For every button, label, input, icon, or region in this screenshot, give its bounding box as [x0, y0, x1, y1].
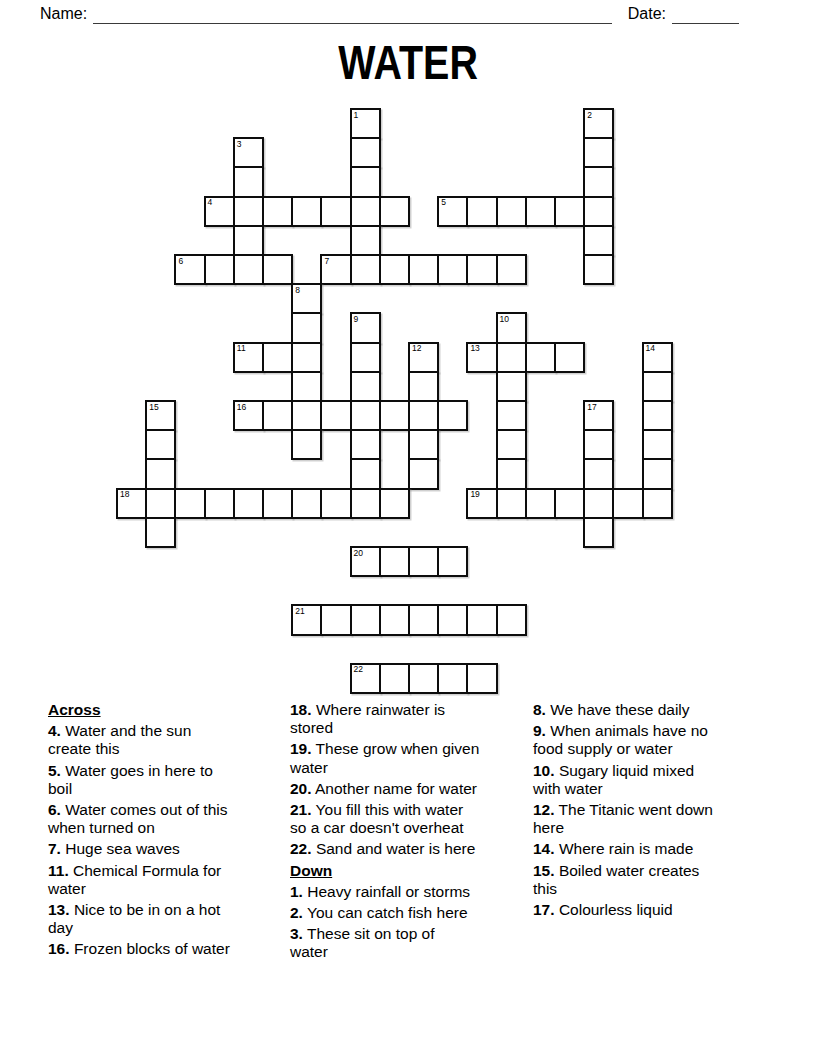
grid-cell-r13c6[interactable]	[291, 488, 322, 519]
clue-text: Boiled water creates this	[533, 862, 699, 897]
grid-cell-r0c8[interactable]: 1	[350, 108, 381, 139]
clue-text: These grow when given water	[290, 740, 479, 775]
clue-number: 22.	[290, 840, 312, 857]
clue-text: Heavy rainfall or storms	[307, 883, 470, 900]
grid-cell-r8c15[interactable]	[554, 342, 585, 373]
grid-cell-r13c4[interactable]	[233, 488, 264, 519]
clue-text: Colourless liquid	[559, 901, 673, 918]
clue-text: Nice to be in on a hot day	[48, 901, 220, 936]
grid-cell-r13c14[interactable]	[525, 488, 556, 519]
grid-cell-r8c8[interactable]	[350, 342, 381, 373]
grid-cell-r17c6[interactable]: 21	[291, 604, 322, 635]
clue-text: Sugary liquid mixed with water	[533, 762, 694, 797]
grid-cell-r3c11[interactable]: 5	[437, 196, 468, 227]
clue-column-left: Across4. Water and the sun create this5.…	[48, 701, 280, 962]
grid-cell-r3c13[interactable]	[496, 196, 527, 227]
clue-17: 17. Colourless liquid	[533, 901, 765, 919]
grid-cell-r8c10[interactable]: 12	[408, 342, 439, 373]
clue-number: 4.	[48, 722, 61, 739]
clue-3: 3. These sit on top of water	[290, 925, 522, 961]
clue-number: 12.	[533, 801, 555, 818]
grid-cell-r3c12[interactable]	[466, 196, 497, 227]
grid-cell-r17c10[interactable]	[408, 604, 439, 635]
grid-cell-r0c16[interactable]: 2	[583, 108, 614, 139]
clue-15: 15. Boiled water creates this	[533, 862, 765, 898]
grid-cell-r12c18[interactable]	[642, 458, 673, 489]
clue-text: Where rain is made	[559, 840, 693, 857]
cell-number: 15	[149, 403, 158, 412]
clue-6: 6. Water comes out of this when turned o…	[48, 801, 280, 837]
grid-cell-r5c4[interactable]	[233, 254, 264, 285]
clue-number: 2.	[290, 904, 303, 921]
grid-cell-r5c12[interactable]	[466, 254, 497, 285]
cell-number: 9	[354, 315, 359, 324]
clue-number: 18.	[290, 701, 312, 718]
grid-cell-r13c2[interactable]	[174, 488, 205, 519]
grid-cell-r11c1[interactable]	[145, 429, 176, 460]
grid-cell-r11c13[interactable]	[496, 429, 527, 460]
clue-number: 10.	[533, 762, 555, 779]
clue-text: These sit on top of water	[290, 925, 435, 960]
grid-cell-r14c1[interactable]	[145, 517, 176, 548]
grid-cell-r19c12[interactable]	[466, 663, 497, 694]
clue-2: 2. You can catch fish here	[290, 904, 522, 922]
grid-cell-r13c1[interactable]	[145, 488, 176, 519]
clue-number: 1.	[290, 883, 303, 900]
clue-text: You fill this with water so a car doesn'…	[290, 801, 464, 836]
grid-cell-r12c16[interactable]	[583, 458, 614, 489]
clue-column-right: 8. We have these daily9. When animals ha…	[533, 701, 765, 922]
grid-cell-r19c9[interactable]	[379, 663, 410, 694]
grid-cell-r12c13[interactable]	[496, 458, 527, 489]
grid-cell-r3c14[interactable]	[525, 196, 556, 227]
cell-number: 13	[470, 344, 479, 353]
name-label: Name:	[40, 4, 87, 24]
grid-cell-r13c15[interactable]	[554, 488, 585, 519]
grid-cell-r10c7[interactable]	[320, 400, 351, 431]
grid-cell-r1c16[interactable]	[583, 137, 614, 168]
grid-cell-r3c3[interactable]: 4	[204, 196, 235, 227]
clue-10: 10. Sugary liquid mixed with water	[533, 762, 765, 798]
date-label: Date:	[628, 4, 666, 24]
grid-cell-r5c5[interactable]	[262, 254, 293, 285]
clue-text: Where rainwater is stored	[290, 701, 445, 736]
clue-13: 13. Nice to be in on a hot day	[48, 901, 280, 937]
grid-cell-r13c12[interactable]: 19	[466, 488, 497, 519]
clue-text: Huge sea waves	[65, 840, 180, 857]
grid-cell-r17c8[interactable]	[350, 604, 381, 635]
grid-cell-r17c12[interactable]	[466, 604, 497, 635]
grid-cell-r10c1[interactable]: 15	[145, 400, 176, 431]
cell-number: 14	[646, 344, 655, 353]
cell-number: 22	[354, 665, 363, 674]
clue-number: 13.	[48, 901, 70, 918]
clue-text: Another name for water	[315, 780, 477, 797]
grid-cell-r11c8[interactable]	[350, 429, 381, 460]
grid-cell-r9c18[interactable]	[642, 371, 673, 402]
clue-19: 19. These grow when given water	[290, 740, 522, 776]
grid-cell-r2c8[interactable]	[350, 166, 381, 197]
grid-cell-r7c13[interactable]: 10	[496, 312, 527, 343]
clue-number: 19.	[290, 740, 312, 757]
clue-8: 8. We have these daily	[533, 701, 765, 719]
clue-number: 6.	[48, 801, 61, 818]
clue-text: Water and the sun create this	[48, 722, 191, 757]
clue-text: You can catch fish here	[307, 904, 468, 921]
grid-cell-r5c2[interactable]: 6	[174, 254, 205, 285]
grid-cell-r8c13[interactable]	[496, 342, 527, 373]
grid-cell-r10c4[interactable]: 16	[233, 400, 264, 431]
cell-number: 10	[500, 315, 509, 324]
grid-cell-r9c6[interactable]	[291, 371, 322, 402]
grid-cell-r13c7[interactable]	[320, 488, 351, 519]
grid-cell-r8c6[interactable]	[291, 342, 322, 373]
grid-cell-r5c9[interactable]	[379, 254, 410, 285]
worksheet-header: Name: Date:	[40, 2, 739, 24]
grid-cell-r10c6[interactable]	[291, 400, 322, 431]
clue-21: 21. You fill this with water so a car do…	[290, 801, 522, 837]
grid-cell-r9c13[interactable]	[496, 371, 527, 402]
cell-number: 19	[470, 490, 479, 499]
grid-cell-r2c16[interactable]	[583, 166, 614, 197]
clue-text: We have these daily	[550, 701, 689, 718]
clue-number: 21.	[290, 801, 312, 818]
title-wrap: WATER	[0, 33, 816, 88]
grid-cell-r15c11[interactable]	[437, 546, 468, 577]
grid-cell-r12c10[interactable]	[408, 458, 439, 489]
cell-number: 8	[295, 286, 300, 295]
grid-cell-r6c6[interactable]: 8	[291, 283, 322, 314]
grid-cell-r11c6[interactable]	[291, 429, 322, 460]
grid-cell-r19c8[interactable]: 22	[350, 663, 381, 694]
grid-cell-r15c10[interactable]	[408, 546, 439, 577]
grid-cell-r15c9[interactable]	[379, 546, 410, 577]
grid-cell-r13c18[interactable]	[642, 488, 673, 519]
grid-cell-r8c14[interactable]	[525, 342, 556, 373]
grid-cell-r3c15[interactable]	[554, 196, 585, 227]
clue-text: The Titanic went down here	[533, 801, 713, 836]
cell-number: 20	[354, 549, 363, 558]
cell-number: 21	[295, 607, 304, 616]
grid-cell-r4c4[interactable]	[233, 225, 264, 256]
clue-18: 18. Where rainwater is stored	[290, 701, 522, 737]
grid-cell-r13c16[interactable]	[583, 488, 614, 519]
cell-number: 4	[208, 198, 213, 207]
clue-22: 22. Sand and water is here	[290, 840, 522, 858]
clue-number: 5.	[48, 762, 61, 779]
cell-number: 7	[324, 257, 329, 266]
grid-cell-r13c8[interactable]	[350, 488, 381, 519]
grid-cell-r15c8[interactable]: 20	[350, 546, 381, 577]
grid-cell-r8c5[interactable]	[262, 342, 293, 373]
grid-cell-r1c4[interactable]: 3	[233, 137, 264, 168]
grid-cell-r5c10[interactable]	[408, 254, 439, 285]
clue-number: 11.	[48, 862, 69, 879]
cell-number: 11	[237, 344, 246, 353]
cell-number: 2	[587, 111, 592, 120]
grid-cell-r19c10[interactable]	[408, 663, 439, 694]
grid-cell-r10c8[interactable]	[350, 400, 381, 431]
clue-4: 4. Water and the sun create this	[48, 722, 280, 758]
clue-section-header-down: Down	[290, 862, 522, 880]
cell-number: 3	[237, 140, 242, 149]
clue-9: 9. When animals have no food supply or w…	[533, 722, 765, 758]
name-fill-line[interactable]	[93, 7, 612, 24]
grid-cell-r13c13[interactable]	[496, 488, 527, 519]
grid-cell-r13c0[interactable]: 18	[116, 488, 147, 519]
page-title: WATER	[338, 33, 478, 90]
cell-number: 1	[354, 111, 359, 120]
grid-cell-r11c10[interactable]	[408, 429, 439, 460]
grid-cell-r10c9[interactable]	[379, 400, 410, 431]
grid-cell-r10c18[interactable]	[642, 400, 673, 431]
clue-number: 8.	[533, 701, 546, 718]
cell-number: 6	[178, 257, 183, 266]
grid-cell-r14c16[interactable]	[583, 517, 614, 548]
grid-cell-r4c16[interactable]	[583, 225, 614, 256]
grid-cell-r8c18[interactable]: 14	[642, 342, 673, 373]
grid-cell-r5c8[interactable]	[350, 254, 381, 285]
grid-cell-r10c5[interactable]	[262, 400, 293, 431]
grid-cell-r17c13[interactable]	[496, 604, 527, 635]
clue-number: 16.	[48, 940, 70, 957]
grid-cell-r3c16[interactable]	[583, 196, 614, 227]
grid-cell-r13c17[interactable]	[612, 488, 643, 519]
grid-cell-r13c5[interactable]	[262, 488, 293, 519]
clue-number: 7.	[48, 840, 61, 857]
grid-cell-r5c13[interactable]	[496, 254, 527, 285]
grid-cell-r10c10[interactable]	[408, 400, 439, 431]
cell-number: 16	[237, 403, 246, 412]
cell-number: 17	[587, 403, 596, 412]
grid-cell-r5c3[interactable]	[204, 254, 235, 285]
grid-cell-r4c8[interactable]	[350, 225, 381, 256]
clue-12: 12. The Titanic went down here	[533, 801, 765, 837]
clue-number: 17.	[533, 901, 555, 918]
grid-cell-r1c8[interactable]	[350, 137, 381, 168]
clue-number: 20.	[290, 780, 312, 797]
clue-7: 7. Huge sea waves	[48, 840, 280, 858]
grid-cell-r11c18[interactable]	[642, 429, 673, 460]
clue-text: When animals have no food supply or wate…	[533, 722, 708, 757]
grid-cell-r3c6[interactable]	[291, 196, 322, 227]
grid-cell-r12c1[interactable]	[145, 458, 176, 489]
grid-cell-r9c8[interactable]	[350, 371, 381, 402]
grid-cell-r3c9[interactable]	[379, 196, 410, 227]
date-fill-line[interactable]	[672, 7, 739, 24]
grid-cell-r3c4[interactable]	[233, 196, 264, 227]
clue-number: 9.	[533, 722, 546, 739]
clue-text: Sand and water is here	[316, 840, 475, 857]
grid-cell-r10c16[interactable]: 17	[583, 400, 614, 431]
clue-11: 11. Chemical Formula for water	[48, 862, 280, 898]
grid-cell-r2c4[interactable]	[233, 166, 264, 197]
grid-cell-r13c3[interactable]	[204, 488, 235, 519]
grid-cell-r19c11[interactable]	[437, 663, 468, 694]
clue-column-middle: 18. Where rainwater is stored19. These g…	[290, 701, 522, 965]
grid-cell-r11c16[interactable]	[583, 429, 614, 460]
grid-cell-r5c16[interactable]	[583, 254, 614, 285]
clue-text: Water comes out of this when turned on	[48, 801, 228, 836]
grid-cell-r3c8[interactable]	[350, 196, 381, 227]
grid-cell-r17c11[interactable]	[437, 604, 468, 635]
grid-cell-r8c12[interactable]: 13	[466, 342, 497, 373]
grid-cell-r12c8[interactable]	[350, 458, 381, 489]
clue-section-header-across: Across	[48, 701, 280, 719]
clue-number: 14.	[533, 840, 555, 857]
grid-cell-r10c11[interactable]	[437, 400, 468, 431]
clue-text: Chemical Formula for water	[48, 862, 221, 897]
grid-cell-r9c10[interactable]	[408, 371, 439, 402]
clue-5: 5. Water goes in here to boil	[48, 762, 280, 798]
clue-14: 14. Where rain is made	[533, 840, 765, 858]
cell-number: 12	[412, 344, 421, 353]
grid-cell-r5c11[interactable]	[437, 254, 468, 285]
clue-1: 1. Heavy rainfall or storms	[290, 883, 522, 901]
grid-cell-r5c7[interactable]: 7	[320, 254, 351, 285]
clue-text: Frozen blocks of water	[74, 940, 230, 957]
grid-cell-r10c13[interactable]	[496, 400, 527, 431]
clue-number: 3.	[290, 925, 303, 942]
cell-number: 18	[120, 490, 129, 499]
cell-number: 5	[441, 198, 446, 207]
grid-cell-r17c9[interactable]	[379, 604, 410, 635]
clue-text: Water goes in here to boil	[48, 762, 213, 797]
grid-cell-r8c4[interactable]: 11	[233, 342, 264, 373]
grid-cell-r3c7[interactable]	[320, 196, 351, 227]
grid-cell-r17c7[interactable]	[320, 604, 351, 635]
clue-16: 16. Frozen blocks of water	[48, 940, 280, 958]
grid-cell-r3c5[interactable]	[262, 196, 293, 227]
grid-cell-r7c8[interactable]: 9	[350, 312, 381, 343]
grid-cell-r7c6[interactable]	[291, 312, 322, 343]
grid-cell-r13c9[interactable]	[379, 488, 410, 519]
clue-number: 15.	[533, 862, 555, 879]
clue-20: 20. Another name for water	[290, 780, 522, 798]
